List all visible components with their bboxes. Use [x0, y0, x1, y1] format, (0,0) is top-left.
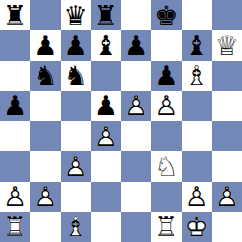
piece-black-bishop: ♝: [182, 30, 212, 60]
piece-glyph-outline: ♗: [182, 61, 212, 91]
square-g5[interactable]: [182, 91, 212, 121]
chess-board: ♜♛♜♚♟♟♝♟♝♛♕♞♞♟♝♗♟♟♟♙♟♙♟♙♟♙♞♘♟♙♟♙♟♙♟♙♜♖♝♗…: [0, 0, 242, 242]
square-g4[interactable]: [182, 121, 212, 151]
square-h6[interactable]: [212, 61, 242, 91]
piece-glyph-fill: ♝: [91, 30, 121, 60]
square-e3[interactable]: [121, 151, 151, 181]
square-f3[interactable]: ♞♘: [151, 151, 181, 181]
square-f8[interactable]: ♚: [151, 0, 181, 30]
square-d4[interactable]: ♟♙: [91, 121, 121, 151]
square-a3[interactable]: [0, 151, 30, 181]
square-e8[interactable]: [121, 0, 151, 30]
square-g2[interactable]: ♟♙: [182, 182, 212, 212]
square-f1[interactable]: ♜♖: [151, 212, 181, 242]
square-f5[interactable]: ♟♙: [151, 91, 181, 121]
piece-white-pawn: ♟♙: [212, 182, 242, 212]
piece-glyph-fill: ♟: [0, 91, 30, 121]
square-g7[interactable]: ♝: [182, 30, 212, 60]
piece-glyph-fill: ♞: [61, 61, 91, 91]
square-c5[interactable]: [61, 91, 91, 121]
square-e7[interactable]: ♟: [121, 30, 151, 60]
piece-black-pawn: ♟: [0, 91, 30, 121]
square-e5[interactable]: ♟♙: [121, 91, 151, 121]
square-b4[interactable]: [30, 121, 60, 151]
piece-glyph-fill: ♝: [182, 30, 212, 60]
square-a4[interactable]: [0, 121, 30, 151]
square-e4[interactable]: [121, 121, 151, 151]
square-g8[interactable]: [182, 0, 212, 30]
piece-glyph-fill: ♟: [61, 30, 91, 60]
square-d5[interactable]: ♟: [91, 91, 121, 121]
square-e1[interactable]: [121, 212, 151, 242]
square-c1[interactable]: ♝♗: [61, 212, 91, 242]
square-b2[interactable]: ♟♙: [30, 182, 60, 212]
piece-white-rook: ♜♖: [151, 212, 181, 242]
square-a6[interactable]: [0, 61, 30, 91]
piece-black-pawn: ♟: [91, 91, 121, 121]
square-g1[interactable]: ♚♔: [182, 212, 212, 242]
piece-white-bishop: ♝♗: [61, 212, 91, 242]
square-d3[interactable]: [91, 151, 121, 181]
square-h3[interactable]: [212, 151, 242, 181]
square-h7[interactable]: ♛♕: [212, 30, 242, 60]
piece-white-pawn: ♟♙: [121, 91, 151, 121]
square-f2[interactable]: [151, 182, 181, 212]
piece-glyph-fill: ♛: [61, 0, 91, 30]
square-f7[interactable]: [151, 30, 181, 60]
piece-white-pawn: ♟♙: [91, 121, 121, 151]
square-d8[interactable]: ♜: [91, 0, 121, 30]
piece-white-pawn: ♟♙: [61, 151, 91, 181]
square-b5[interactable]: [30, 91, 60, 121]
square-c3[interactable]: ♟♙: [61, 151, 91, 181]
square-a7[interactable]: [0, 30, 30, 60]
square-a1[interactable]: ♜♖: [0, 212, 30, 242]
piece-glyph-fill: ♜: [91, 0, 121, 30]
piece-glyph-fill: ♟: [91, 91, 121, 121]
piece-glyph-outline: ♖: [0, 212, 30, 242]
square-h2[interactable]: ♟♙: [212, 182, 242, 212]
piece-white-bishop: ♝♗: [182, 61, 212, 91]
piece-white-rook: ♜♖: [0, 212, 30, 242]
square-b6[interactable]: ♞: [30, 61, 60, 91]
square-d6[interactable]: [91, 61, 121, 91]
piece-black-rook: ♜: [91, 0, 121, 30]
piece-glyph-fill: ♟: [30, 30, 60, 60]
square-d2[interactable]: [91, 182, 121, 212]
piece-black-knight: ♞: [30, 61, 60, 91]
piece-glyph-outline: ♗: [61, 212, 91, 242]
piece-black-rook: ♜: [0, 0, 30, 30]
piece-glyph-outline: ♘: [151, 151, 181, 181]
piece-glyph-fill: ♟: [121, 30, 151, 60]
square-g3[interactable]: [182, 151, 212, 181]
square-b3[interactable]: [30, 151, 60, 181]
piece-black-bishop: ♝: [91, 30, 121, 60]
piece-glyph-outline: ♙: [0, 182, 30, 212]
piece-white-knight: ♞♘: [151, 151, 181, 181]
piece-glyph-outline: ♖: [151, 212, 181, 242]
square-a8[interactable]: ♜: [0, 0, 30, 30]
piece-glyph-outline: ♙: [121, 91, 151, 121]
piece-glyph-outline: ♙: [151, 91, 181, 121]
square-e2[interactable]: [121, 182, 151, 212]
square-g6[interactable]: ♝♗: [182, 61, 212, 91]
piece-glyph-outline: ♕: [212, 30, 242, 60]
piece-glyph-outline: ♙: [212, 182, 242, 212]
piece-glyph-fill: ♜: [0, 0, 30, 30]
square-c6[interactable]: ♞: [61, 61, 91, 91]
piece-glyph-outline: ♙: [91, 121, 121, 151]
square-h8[interactable]: [212, 0, 242, 30]
piece-glyph-fill: ♚: [151, 0, 181, 30]
square-d7[interactable]: ♝: [91, 30, 121, 60]
piece-white-pawn: ♟♙: [30, 182, 60, 212]
square-f6[interactable]: ♟: [151, 61, 181, 91]
piece-glyph-outline: ♙: [182, 182, 212, 212]
piece-glyph-fill: ♞: [30, 61, 60, 91]
piece-white-pawn: ♟♙: [182, 182, 212, 212]
piece-glyph-fill: ♟: [151, 61, 181, 91]
square-a5[interactable]: ♟: [0, 91, 30, 121]
piece-black-knight: ♞: [61, 61, 91, 91]
square-h5[interactable]: [212, 91, 242, 121]
square-d1[interactable]: [91, 212, 121, 242]
piece-white-king: ♚♔: [182, 212, 212, 242]
piece-glyph-outline: ♙: [61, 151, 91, 181]
square-b7[interactable]: ♟: [30, 30, 60, 60]
piece-glyph-outline: ♔: [182, 212, 212, 242]
piece-black-pawn: ♟: [121, 30, 151, 60]
piece-black-pawn: ♟: [61, 30, 91, 60]
square-e6[interactable]: [121, 61, 151, 91]
square-c7[interactable]: ♟: [61, 30, 91, 60]
square-a2[interactable]: ♟♙: [0, 182, 30, 212]
square-c4[interactable]: [61, 121, 91, 151]
piece-white-pawn: ♟♙: [151, 91, 181, 121]
square-h4[interactable]: [212, 121, 242, 151]
square-c2[interactable]: [61, 182, 91, 212]
square-b1[interactable]: [30, 212, 60, 242]
square-h1[interactable]: [212, 212, 242, 242]
piece-white-pawn: ♟♙: [0, 182, 30, 212]
piece-black-queen: ♛: [61, 0, 91, 30]
square-b8[interactable]: [30, 0, 60, 30]
square-c8[interactable]: ♛: [61, 0, 91, 30]
piece-black-king: ♚: [151, 0, 181, 30]
piece-white-queen: ♛♕: [212, 30, 242, 60]
square-f4[interactable]: [151, 121, 181, 151]
piece-black-pawn: ♟: [151, 61, 181, 91]
piece-black-pawn: ♟: [30, 30, 60, 60]
piece-glyph-outline: ♙: [30, 182, 60, 212]
